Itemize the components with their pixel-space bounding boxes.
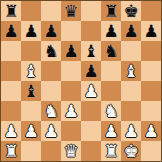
black-pawn-piece: ♟ xyxy=(83,61,98,81)
black-pawn-piece: ♟ xyxy=(123,21,138,41)
white-king-piece: ♚ xyxy=(123,141,138,161)
square-e8[interactable] xyxy=(81,1,101,21)
white-rook-piece: ♜ xyxy=(103,141,118,161)
square-e5[interactable]: ♟ xyxy=(81,61,101,81)
black-pawn-piece: ♟ xyxy=(63,41,78,61)
white-pawn-piece: ♟ xyxy=(143,121,158,141)
square-f6[interactable]: ♞ xyxy=(101,41,121,61)
square-b1[interactable] xyxy=(21,141,41,161)
square-e3[interactable] xyxy=(81,101,101,121)
square-f5[interactable] xyxy=(101,61,121,81)
square-g2[interactable]: ♟ xyxy=(121,121,141,141)
square-g6[interactable] xyxy=(121,41,141,61)
square-g4[interactable] xyxy=(121,81,141,101)
square-c3[interactable]: ♞ xyxy=(41,101,61,121)
black-pawn-piece: ♟ xyxy=(43,21,58,41)
square-f8[interactable]: ♜ xyxy=(101,1,121,21)
square-e4[interactable]: ♟ xyxy=(81,81,101,101)
white-pawn-piece: ♟ xyxy=(123,121,138,141)
black-queen-piece: ♛ xyxy=(63,1,78,21)
square-g5[interactable]: ♝ xyxy=(121,61,141,81)
square-h6[interactable] xyxy=(141,41,161,61)
square-h3[interactable] xyxy=(141,101,161,121)
square-a6[interactable] xyxy=(1,41,21,61)
chess-board: ♜♛♜♚♟♟♟♟♟♟♞♟♝♞♝♟♝♝♟♞♟♞♟♟♟♟♟♟♜♛♜♚ xyxy=(0,0,162,162)
black-knight-piece: ♞ xyxy=(43,41,58,61)
white-bishop-piece: ♝ xyxy=(23,61,38,81)
square-b4[interactable]: ♝ xyxy=(21,81,41,101)
square-f7[interactable]: ♟ xyxy=(101,21,121,41)
square-d1[interactable]: ♛ xyxy=(61,141,81,161)
square-d2[interactable] xyxy=(61,121,81,141)
square-g3[interactable] xyxy=(121,101,141,121)
white-knight-piece: ♞ xyxy=(103,101,118,121)
square-c1[interactable] xyxy=(41,141,61,161)
white-pawn-piece: ♟ xyxy=(63,101,78,121)
square-e7[interactable] xyxy=(81,21,101,41)
square-f1[interactable]: ♜ xyxy=(101,141,121,161)
white-pawn-piece: ♟ xyxy=(43,121,58,141)
square-c5[interactable] xyxy=(41,61,61,81)
white-pawn-piece: ♟ xyxy=(103,121,118,141)
square-a1[interactable]: ♜ xyxy=(1,141,21,161)
square-c4[interactable] xyxy=(41,81,61,101)
square-e2[interactable] xyxy=(81,121,101,141)
white-pawn-piece: ♟ xyxy=(3,121,18,141)
square-g7[interactable]: ♟ xyxy=(121,21,141,41)
black-bishop-piece: ♝ xyxy=(23,81,38,101)
square-h8[interactable] xyxy=(141,1,161,21)
square-c7[interactable]: ♟ xyxy=(41,21,61,41)
chess-board-grid: ♜♛♜♚♟♟♟♟♟♟♞♟♝♞♝♟♝♝♟♞♟♞♟♟♟♟♟♟♜♛♜♚ xyxy=(1,1,161,161)
square-a5[interactable] xyxy=(1,61,21,81)
white-bishop-piece: ♝ xyxy=(123,61,138,81)
square-e6[interactable]: ♝ xyxy=(81,41,101,61)
square-b3[interactable] xyxy=(21,101,41,121)
black-king-piece: ♚ xyxy=(123,1,138,21)
square-a8[interactable]: ♜ xyxy=(1,1,21,21)
square-d3[interactable]: ♟ xyxy=(61,101,81,121)
black-bishop-piece: ♝ xyxy=(83,41,98,61)
white-pawn-piece: ♟ xyxy=(23,121,38,141)
square-h1[interactable] xyxy=(141,141,161,161)
square-f3[interactable]: ♞ xyxy=(101,101,121,121)
square-h5[interactable] xyxy=(141,61,161,81)
square-b6[interactable] xyxy=(21,41,41,61)
black-rook-piece: ♜ xyxy=(3,1,18,21)
white-knight-piece: ♞ xyxy=(43,101,58,121)
black-pawn-piece: ♟ xyxy=(103,21,118,41)
square-b2[interactable]: ♟ xyxy=(21,121,41,141)
square-a2[interactable]: ♟ xyxy=(1,121,21,141)
white-pawn-piece: ♟ xyxy=(83,81,98,101)
square-a4[interactable] xyxy=(1,81,21,101)
square-a3[interactable] xyxy=(1,101,21,121)
white-rook-piece: ♜ xyxy=(3,141,18,161)
black-rook-piece: ♜ xyxy=(103,1,118,21)
square-h4[interactable] xyxy=(141,81,161,101)
square-b7[interactable]: ♟ xyxy=(21,21,41,41)
square-g8[interactable]: ♚ xyxy=(121,1,141,21)
square-e1[interactable] xyxy=(81,141,101,161)
black-pawn-piece: ♟ xyxy=(3,21,18,41)
square-c2[interactable]: ♟ xyxy=(41,121,61,141)
square-d7[interactable] xyxy=(61,21,81,41)
black-pawn-piece: ♟ xyxy=(143,21,158,41)
black-knight-piece: ♞ xyxy=(103,41,118,61)
white-queen-piece: ♛ xyxy=(63,141,78,161)
square-b5[interactable]: ♝ xyxy=(21,61,41,81)
square-f4[interactable] xyxy=(101,81,121,101)
square-b8[interactable] xyxy=(21,1,41,21)
square-f2[interactable]: ♟ xyxy=(101,121,121,141)
square-c6[interactable]: ♞ xyxy=(41,41,61,61)
square-d4[interactable] xyxy=(61,81,81,101)
black-pawn-piece: ♟ xyxy=(23,21,38,41)
square-d5[interactable] xyxy=(61,61,81,81)
square-d8[interactable]: ♛ xyxy=(61,1,81,21)
square-a7[interactable]: ♟ xyxy=(1,21,21,41)
square-c8[interactable] xyxy=(41,1,61,21)
square-g1[interactable]: ♚ xyxy=(121,141,141,161)
square-h7[interactable]: ♟ xyxy=(141,21,161,41)
square-h2[interactable]: ♟ xyxy=(141,121,161,141)
square-d6[interactable]: ♟ xyxy=(61,41,81,61)
